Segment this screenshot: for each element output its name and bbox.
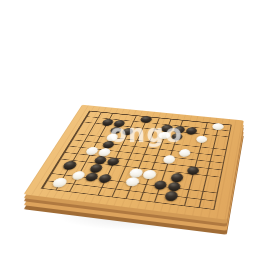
white-stone	[84, 147, 99, 156]
black-stone	[97, 174, 113, 184]
white-stone	[125, 177, 141, 187]
black-stone	[164, 191, 180, 202]
black-stone	[185, 127, 198, 135]
product-photo: ongo	[0, 0, 280, 280]
black-stone	[84, 172, 100, 182]
black-stone	[186, 166, 200, 176]
white-stone	[51, 178, 68, 188]
white-stone	[142, 170, 157, 180]
white-stone	[212, 123, 224, 131]
black-stone	[152, 180, 167, 191]
watermark: ongo	[110, 120, 183, 148]
white-stone	[162, 155, 176, 164]
white-stone	[70, 170, 86, 180]
black-stone	[106, 157, 121, 166]
black-stone	[62, 161, 78, 171]
white-stone	[178, 149, 192, 158]
black-stone	[170, 173, 185, 183]
white-stone	[195, 135, 208, 143]
